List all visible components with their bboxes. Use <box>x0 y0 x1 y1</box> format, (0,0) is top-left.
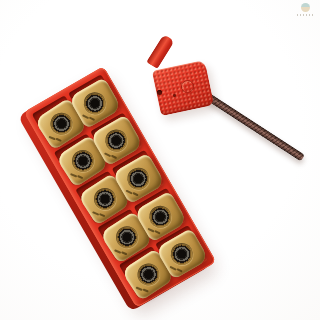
insert-marking <box>89 117 95 121</box>
insert-center-hole <box>167 239 197 269</box>
flag-hole <box>157 90 162 95</box>
wrench-cap-sleeve <box>146 34 175 69</box>
insert-marking <box>48 136 55 140</box>
flag-pin-dot <box>173 94 176 97</box>
insert-marking <box>121 251 127 255</box>
insert-center-hole <box>111 222 141 252</box>
insert-center-hole <box>45 109 75 139</box>
insert-marking <box>82 115 89 120</box>
insert-marking <box>99 214 105 218</box>
insert-center-hole <box>123 164 153 194</box>
product-photo <box>0 0 320 320</box>
insert-marking <box>154 230 160 234</box>
wrench-shaft <box>202 91 305 162</box>
insert-marking <box>132 193 138 197</box>
insert-center-hole <box>133 260 163 290</box>
insert-marking <box>114 249 121 253</box>
insert-marking <box>147 228 154 233</box>
insert-marking <box>125 190 132 195</box>
watermark-logo-icon <box>301 3 310 12</box>
insert-marking <box>55 138 61 142</box>
insert-center-hole <box>145 201 175 231</box>
insert-marking <box>169 266 176 271</box>
watermark-text <box>297 14 313 16</box>
insert-center-hole <box>80 88 110 118</box>
insert-marking <box>176 268 182 272</box>
insert-marking <box>110 155 116 159</box>
flag-emboss-circle <box>181 80 194 93</box>
insert-marking <box>104 152 111 157</box>
insert-marking <box>143 289 149 293</box>
watermark <box>295 3 315 16</box>
insert-marking <box>77 176 83 180</box>
insert-center-hole <box>89 184 119 214</box>
insert-center-hole <box>101 126 131 156</box>
insert-marking <box>92 212 99 216</box>
